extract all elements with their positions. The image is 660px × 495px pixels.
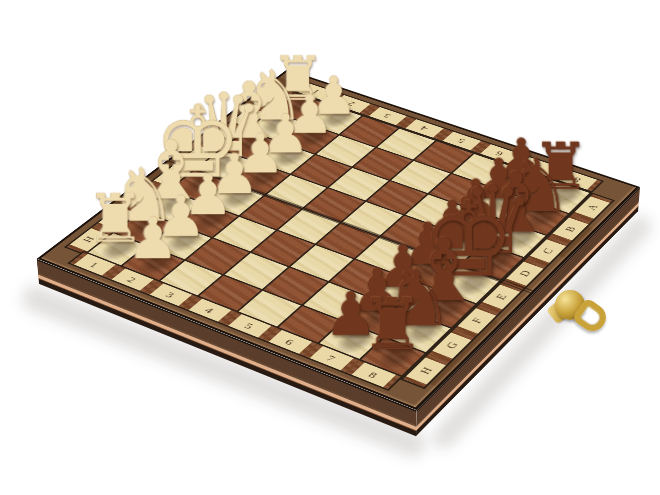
square-e6 [356, 237, 418, 272]
square-h8 [359, 338, 425, 378]
board-top-face: ABCDEFGH ABCDEFGH 87654321 87654321 [37, 69, 640, 410]
coordinate-label: C [217, 133, 232, 140]
file-label-black-rail-F: F [455, 306, 499, 337]
label-plate: 7 [310, 346, 354, 370]
coordinate-label: H [81, 235, 97, 244]
label-plate: C [530, 239, 566, 262]
coordinate-label: D [191, 152, 206, 160]
coordinate-label: G [443, 341, 460, 351]
coordinate-label: F [469, 317, 485, 325]
square-g6 [304, 283, 368, 320]
brass-clasp [543, 286, 623, 350]
coordinate-label: 3 [382, 113, 394, 120]
label-plate: 3 [150, 283, 192, 306]
label-plate: 1 [74, 254, 116, 276]
coordinate-label: 5 [456, 137, 468, 144]
rank-label-hfile-rail-1: 1 [70, 252, 120, 277]
coordinate-label: A [266, 95, 281, 102]
coordinate-label: 2 [346, 100, 358, 107]
coordinate-label: 5 [243, 321, 257, 330]
label-plate: H [70, 228, 109, 251]
square-h2 [120, 246, 183, 282]
square-e7 [396, 252, 458, 288]
rank-label-hfile-rail-5: 5 [224, 312, 276, 339]
label-plate: E [482, 285, 520, 310]
coordinate-label: G [110, 214, 126, 222]
square-h6 [276, 306, 341, 345]
rank-label-hfile-rail-2: 2 [107, 267, 157, 292]
file-label-black-rail-G: G [429, 330, 474, 362]
square-f8 [411, 290, 475, 328]
square-f3 [214, 217, 276, 252]
file-label-black-rail-C: C [527, 237, 568, 265]
rank-label-hfile-rail-7: 7 [305, 344, 358, 372]
square-g5 [264, 268, 327, 305]
rank-label-hfile-rail-6: 6 [264, 328, 316, 355]
rank-label-hfile-rail-4: 4 [184, 297, 235, 323]
coordinate-label: E [493, 293, 509, 301]
chess-set-photo: ABCDEFGH ABCDEFGH 87654321 87654321 ♜♞♝♛… [0, 0, 660, 495]
coordinate-label: 1 [88, 260, 102, 269]
square-g8 [385, 313, 450, 352]
coordinate-label: C [540, 247, 556, 255]
square-g2 [149, 224, 211, 259]
square-d8 [461, 244, 523, 280]
coordinate-label: 7 [532, 163, 544, 171]
file-label-black-rail-E: E [480, 282, 523, 312]
coordinate-label: A [584, 203, 600, 211]
square-h3 [158, 261, 222, 297]
coordinate-label: 3 [164, 290, 178, 299]
label-plate: 5 [228, 314, 271, 337]
coordinate-label: 7 [325, 353, 339, 362]
label-plate: 4 [189, 299, 232, 322]
square-h4 [197, 276, 261, 313]
square-h5 [236, 291, 301, 329]
square-h1 [83, 232, 146, 267]
rank-label-hfile-rail-3: 3 [146, 282, 197, 308]
square-d7 [421, 230, 482, 265]
label-plate: G [432, 332, 471, 358]
square-e8 [437, 266, 500, 303]
coordinate-label: F [138, 193, 153, 200]
coordinate-label: 6 [284, 337, 298, 346]
coordinate-label: B [563, 225, 579, 233]
square-f7 [370, 275, 433, 312]
coordinate-label: 8 [367, 370, 381, 380]
file-label-black-rail-H: H [403, 355, 449, 388]
coordinate-label: 2 [126, 275, 140, 284]
coordinate-label: B [242, 114, 257, 121]
label-plate: 8 [352, 362, 396, 387]
coordinate-label: 6 [494, 150, 506, 157]
coordinate-label: H [417, 366, 434, 376]
square-e5 [317, 223, 379, 258]
square-f4 [252, 231, 314, 266]
coordinate-label: E [165, 173, 180, 180]
square-f6 [330, 260, 393, 296]
label-plate: 2 [112, 268, 154, 290]
coordinate-label: 4 [203, 306, 217, 315]
label-plate: D [506, 262, 543, 286]
square-g3 [186, 239, 249, 274]
file-label-black-rail-D: D [504, 259, 546, 288]
square-f5 [291, 245, 354, 281]
chess-board: ABCDEFGH ABCDEFGH 87654321 87654321 ♜♞♝♛… [37, 69, 640, 410]
coordinate-label: 1 [310, 89, 322, 96]
file-label-white-rail-H: H [67, 226, 112, 254]
label-plate: F [458, 308, 496, 333]
coordinate-label: D [517, 269, 533, 278]
square-g7 [344, 298, 408, 336]
square-h7 [317, 322, 382, 361]
label-plate: 6 [269, 330, 312, 354]
square-g4 [225, 253, 288, 289]
square-c8 [485, 222, 546, 257]
coordinate-label: 8 [572, 176, 584, 184]
coordinate-label: 4 [419, 125, 431, 132]
label-plate: H [406, 357, 446, 384]
